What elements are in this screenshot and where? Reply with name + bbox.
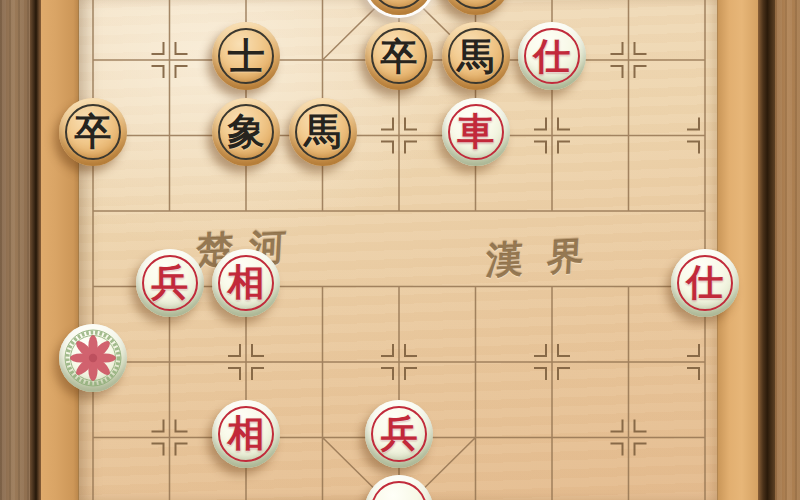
piece-character: 馬 (457, 38, 494, 75)
piece-character: 士 (228, 38, 265, 75)
piece-red-elephant-upper[interactable]: 相 (212, 249, 280, 317)
xiangqi-board-screen: 楚河 漢界 士卒馬仕卒象馬車兵相仕 相兵 (0, 0, 800, 500)
piece-ring-dark (371, 0, 427, 9)
piece-facedown-piece-flower[interactable] (59, 324, 127, 392)
table-wood-right (775, 0, 800, 500)
piece-black-soldier-center[interactable]: 卒 (365, 22, 433, 90)
piece-character: 相 (228, 264, 265, 301)
frame-groove-right (758, 0, 775, 500)
frame-groove-left (30, 0, 41, 500)
piece-character: 卒 (75, 113, 112, 150)
piece-black-horse-left[interactable]: 馬 (289, 98, 357, 166)
piece-red-advisor-edge[interactable]: 仕 (671, 249, 739, 317)
piece-red-elephant-lower[interactable]: 相 (212, 400, 280, 468)
piece-character: 仕 (687, 264, 724, 301)
piece-character: 仕 (534, 38, 571, 75)
board-edge-left (41, 0, 79, 500)
piece-ring-dark (448, 0, 504, 9)
piece-character: 象 (228, 113, 265, 150)
piece-red-chariot[interactable]: 車 (442, 98, 510, 166)
facedown-flower-pattern (59, 324, 127, 392)
table-wood-left (0, 0, 30, 500)
piece-character: 卒 (381, 38, 418, 75)
piece-red-advisor-advanced[interactable]: 仕 (518, 22, 586, 90)
piece-red-soldier-left[interactable]: 兵 (136, 249, 204, 317)
piece-character: 兵 (381, 415, 418, 452)
piece-ring-red (371, 481, 427, 500)
piece-black-horse-right[interactable]: 馬 (442, 22, 510, 90)
piece-black-advisor[interactable]: 士 (212, 22, 280, 90)
piece-character: 兵 (151, 264, 188, 301)
piece-character: 馬 (304, 113, 341, 150)
piece-character: 相 (228, 415, 265, 452)
piece-character: 車 (457, 113, 494, 150)
piece-black-soldier-edge[interactable]: 卒 (59, 98, 127, 166)
piece-black-elephant[interactable]: 象 (212, 98, 280, 166)
board-edge-right (717, 0, 758, 500)
piece-red-soldier-center[interactable]: 兵 (365, 400, 433, 468)
